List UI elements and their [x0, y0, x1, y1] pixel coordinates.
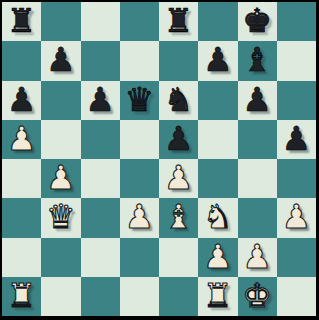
- square-e7[interactable]: [159, 41, 198, 80]
- square-d3[interactable]: ♟: [120, 198, 159, 237]
- square-g4[interactable]: [238, 159, 277, 198]
- square-f8[interactable]: [198, 2, 237, 41]
- white-rook-a1[interactable]: ♜: [7, 279, 37, 312]
- square-c5[interactable]: [81, 120, 120, 159]
- white-knight-f3[interactable]: ♞: [203, 200, 233, 233]
- black-queen-d6[interactable]: ♛: [125, 83, 155, 116]
- black-rook-e8[interactable]: ♜: [164, 4, 194, 37]
- black-rook-a8[interactable]: ♜: [7, 4, 37, 37]
- square-e2[interactable]: [159, 238, 198, 277]
- square-f1[interactable]: ♜: [198, 277, 237, 316]
- square-h4[interactable]: [277, 159, 316, 198]
- square-b6[interactable]: [41, 81, 80, 120]
- square-h7[interactable]: [277, 41, 316, 80]
- square-h6[interactable]: [277, 81, 316, 120]
- square-c3[interactable]: [81, 198, 120, 237]
- chess-board: ♜♜♚♟♟♝♟♟♛♞♟♟♟♟♟♟♛♟♝♞♟♟♟♜♜♚: [0, 0, 319, 320]
- square-d7[interactable]: [120, 41, 159, 80]
- square-a1[interactable]: ♜: [2, 277, 41, 316]
- square-d1[interactable]: [120, 277, 159, 316]
- square-c7[interactable]: [81, 41, 120, 80]
- square-e3[interactable]: ♝: [159, 198, 198, 237]
- black-pawn-e5[interactable]: ♟: [164, 122, 194, 155]
- square-h2[interactable]: [277, 238, 316, 277]
- square-d8[interactable]: [120, 2, 159, 41]
- square-h5[interactable]: ♟: [277, 120, 316, 159]
- square-a5[interactable]: ♟: [2, 120, 41, 159]
- black-pawn-a6[interactable]: ♟: [7, 83, 37, 116]
- board-grid: ♜♜♚♟♟♝♟♟♛♞♟♟♟♟♟♟♛♟♝♞♟♟♟♜♜♚: [2, 2, 316, 316]
- white-rook-f1[interactable]: ♜: [203, 279, 233, 312]
- square-c2[interactable]: [81, 238, 120, 277]
- black-knight-e6[interactable]: ♞: [164, 83, 194, 116]
- square-a7[interactable]: [2, 41, 41, 80]
- black-pawn-h5[interactable]: ♟: [282, 122, 312, 155]
- square-f3[interactable]: ♞: [198, 198, 237, 237]
- black-pawn-c6[interactable]: ♟: [85, 83, 115, 116]
- square-h8[interactable]: [277, 2, 316, 41]
- square-g7[interactable]: ♝: [238, 41, 277, 80]
- square-c4[interactable]: [81, 159, 120, 198]
- square-c6[interactable]: ♟: [81, 81, 120, 120]
- square-a6[interactable]: ♟: [2, 81, 41, 120]
- white-pawn-h3[interactable]: ♟: [282, 200, 312, 233]
- square-c1[interactable]: [81, 277, 120, 316]
- square-g2[interactable]: ♟: [238, 238, 277, 277]
- square-a8[interactable]: ♜: [2, 2, 41, 41]
- white-pawn-e4[interactable]: ♟: [164, 161, 194, 194]
- black-pawn-f7[interactable]: ♟: [203, 43, 233, 76]
- square-a2[interactable]: [2, 238, 41, 277]
- square-f5[interactable]: [198, 120, 237, 159]
- square-a4[interactable]: [2, 159, 41, 198]
- white-bishop-e3[interactable]: ♝: [164, 200, 194, 233]
- square-g3[interactable]: [238, 198, 277, 237]
- square-b4[interactable]: ♟: [41, 159, 80, 198]
- square-b2[interactable]: [41, 238, 80, 277]
- square-f2[interactable]: ♟: [198, 238, 237, 277]
- white-queen-b3[interactable]: ♛: [46, 200, 76, 233]
- white-pawn-b4[interactable]: ♟: [46, 161, 76, 194]
- square-g6[interactable]: ♟: [238, 81, 277, 120]
- square-d6[interactable]: ♛: [120, 81, 159, 120]
- black-pawn-g6[interactable]: ♟: [242, 83, 272, 116]
- square-d4[interactable]: [120, 159, 159, 198]
- black-pawn-b7[interactable]: ♟: [46, 43, 76, 76]
- white-king-g1[interactable]: ♚: [242, 279, 272, 312]
- square-e8[interactable]: ♜: [159, 2, 198, 41]
- square-e6[interactable]: ♞: [159, 81, 198, 120]
- square-f7[interactable]: ♟: [198, 41, 237, 80]
- square-f4[interactable]: [198, 159, 237, 198]
- square-g8[interactable]: ♚: [238, 2, 277, 41]
- white-pawn-f2[interactable]: ♟: [203, 240, 233, 273]
- square-b7[interactable]: ♟: [41, 41, 80, 80]
- square-b8[interactable]: [41, 2, 80, 41]
- white-pawn-d3[interactable]: ♟: [125, 200, 155, 233]
- square-b3[interactable]: ♛: [41, 198, 80, 237]
- square-d2[interactable]: [120, 238, 159, 277]
- square-h1[interactable]: [277, 277, 316, 316]
- square-g5[interactable]: [238, 120, 277, 159]
- square-h3[interactable]: ♟: [277, 198, 316, 237]
- square-f6[interactable]: [198, 81, 237, 120]
- black-bishop-g7[interactable]: ♝: [242, 43, 272, 76]
- square-a3[interactable]: [2, 198, 41, 237]
- square-b1[interactable]: [41, 277, 80, 316]
- square-d5[interactable]: [120, 120, 159, 159]
- white-pawn-g2[interactable]: ♟: [242, 240, 272, 273]
- square-e5[interactable]: ♟: [159, 120, 198, 159]
- square-e1[interactable]: [159, 277, 198, 316]
- white-pawn-a5[interactable]: ♟: [7, 122, 37, 155]
- square-e4[interactable]: ♟: [159, 159, 198, 198]
- square-b5[interactable]: [41, 120, 80, 159]
- black-king-g8[interactable]: ♚: [242, 4, 272, 37]
- square-g1[interactable]: ♚: [238, 277, 277, 316]
- square-c8[interactable]: [81, 2, 120, 41]
